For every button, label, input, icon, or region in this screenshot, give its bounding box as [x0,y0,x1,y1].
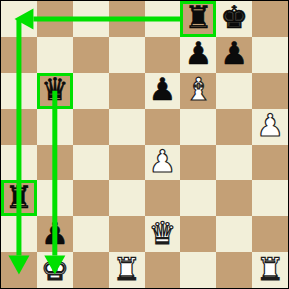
piece-black-rook: ♜︎ [5,182,33,213]
square-b3[interactable] [37,180,73,216]
square-g1[interactable] [216,252,252,288]
piece-black-queen: ♛︎ [41,74,69,105]
square-e8[interactable] [145,1,181,37]
square-e3[interactable] [145,180,181,216]
piece-black-pawn: ♟︎ [41,218,69,249]
square-b6[interactable]: ♛︎ [37,73,73,109]
square-g4[interactable] [216,145,252,181]
piece-black-rook: ♜︎ [184,2,212,33]
square-d4[interactable] [109,145,145,181]
square-e2[interactable]: ♛︎ [145,216,181,252]
square-b7[interactable] [37,37,73,73]
square-b8[interactable] [37,1,73,37]
square-a3[interactable]: ♜︎ [1,180,37,216]
square-f7[interactable]: ♟︎ [180,37,216,73]
square-e4[interactable]: ♟︎ [145,145,181,181]
square-d1[interactable]: ♜︎ [109,252,145,288]
piece-black-pawn: ♟︎ [220,38,248,69]
piece-white-pawn: ♟︎ [149,146,177,177]
square-a7[interactable] [1,37,37,73]
square-h7[interactable] [252,37,288,73]
piece-black-king: ♚︎ [220,2,248,33]
square-a5[interactable] [1,109,37,145]
square-f1[interactable] [180,252,216,288]
chess-board-frame: ♜︎♚︎♟︎♟︎♛︎♟︎♝︎♟︎♟︎♜︎♟︎♛︎♚︎♜︎♜︎ [0,0,289,289]
square-c7[interactable] [73,37,109,73]
square-g7[interactable]: ♟︎ [216,37,252,73]
square-g2[interactable] [216,216,252,252]
square-c6[interactable] [73,73,109,109]
square-h5[interactable]: ♟︎ [252,109,288,145]
square-e6[interactable]: ♟︎ [145,73,181,109]
square-d7[interactable] [109,37,145,73]
piece-white-pawn: ♟︎ [256,110,284,141]
square-b2[interactable]: ♟︎ [37,216,73,252]
square-a1[interactable] [1,252,37,288]
square-c2[interactable] [73,216,109,252]
square-c1[interactable] [73,252,109,288]
piece-white-rook: ♜︎ [113,254,141,285]
piece-black-pawn: ♟︎ [149,74,177,105]
square-c3[interactable] [73,180,109,216]
square-h3[interactable] [252,180,288,216]
square-h2[interactable] [252,216,288,252]
square-b5[interactable] [37,109,73,145]
piece-white-queen: ♛︎ [149,218,177,249]
square-a4[interactable] [1,145,37,181]
square-h6[interactable] [252,73,288,109]
square-d3[interactable] [109,180,145,216]
piece-black-pawn: ♟︎ [184,38,212,69]
square-a6[interactable] [1,73,37,109]
square-f5[interactable] [180,109,216,145]
square-a8[interactable] [1,1,37,37]
square-c4[interactable] [73,145,109,181]
square-d5[interactable] [109,109,145,145]
square-e5[interactable] [145,109,181,145]
square-d2[interactable] [109,216,145,252]
square-b1[interactable]: ♚︎ [37,252,73,288]
square-h4[interactable] [252,145,288,181]
square-h1[interactable]: ♜︎ [252,252,288,288]
square-h8[interactable] [252,1,288,37]
square-f4[interactable] [180,145,216,181]
square-a2[interactable] [1,216,37,252]
square-f8[interactable]: ♜︎ [180,1,216,37]
square-f2[interactable] [180,216,216,252]
piece-white-king: ♚︎ [41,254,69,285]
square-f6[interactable]: ♝︎ [180,73,216,109]
square-c5[interactable] [73,109,109,145]
square-c8[interactable] [73,1,109,37]
square-e7[interactable] [145,37,181,73]
chess-board: ♜︎♚︎♟︎♟︎♛︎♟︎♝︎♟︎♟︎♜︎♟︎♛︎♚︎♜︎♜︎ [1,1,288,288]
piece-white-rook: ♜︎ [256,254,284,285]
square-d8[interactable] [109,1,145,37]
square-b4[interactable] [37,145,73,181]
piece-white-bishop: ♝︎ [184,74,212,105]
square-g5[interactable] [216,109,252,145]
square-g6[interactable] [216,73,252,109]
square-e1[interactable] [145,252,181,288]
square-d6[interactable] [109,73,145,109]
square-g3[interactable] [216,180,252,216]
square-g8[interactable]: ♚︎ [216,1,252,37]
square-f3[interactable] [180,180,216,216]
